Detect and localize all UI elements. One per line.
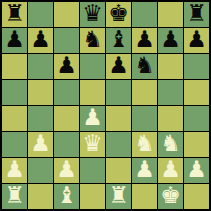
piece-white-pawn[interactable]: ♟ bbox=[134, 158, 155, 181]
square-g8[interactable] bbox=[158, 2, 183, 27]
piece-white-rook[interactable]: ♜ bbox=[108, 184, 129, 207]
piece-black-pawn[interactable]: ♟ bbox=[30, 28, 51, 51]
piece-black-rook[interactable]: ♜ bbox=[186, 2, 207, 25]
square-a8[interactable]: ♜ bbox=[2, 2, 27, 27]
square-h1[interactable] bbox=[184, 184, 209, 209]
square-c3[interactable] bbox=[54, 132, 79, 157]
square-h7[interactable]: ♟ bbox=[184, 28, 209, 53]
square-e3[interactable] bbox=[106, 132, 131, 157]
square-g2[interactable]: ♟ bbox=[158, 158, 183, 183]
square-g5[interactable] bbox=[158, 80, 183, 105]
square-h4[interactable] bbox=[184, 106, 209, 131]
piece-black-bishop[interactable]: ♝ bbox=[108, 28, 129, 51]
square-f6[interactable]: ♞ bbox=[132, 54, 157, 79]
square-g7[interactable]: ♟ bbox=[158, 28, 183, 53]
piece-white-king[interactable]: ♚ bbox=[160, 184, 181, 207]
square-a5[interactable] bbox=[2, 80, 27, 105]
square-c1[interactable]: ♝ bbox=[54, 184, 79, 209]
square-d8[interactable]: ♛ bbox=[80, 2, 105, 27]
piece-white-pawn[interactable]: ♟ bbox=[30, 132, 51, 155]
piece-black-pawn[interactable]: ♟ bbox=[186, 28, 207, 51]
square-h8[interactable]: ♜ bbox=[184, 2, 209, 27]
square-g4[interactable] bbox=[158, 106, 183, 131]
piece-white-queen[interactable]: ♛ bbox=[82, 132, 103, 155]
square-d7[interactable]: ♞ bbox=[80, 28, 105, 53]
square-e6[interactable]: ♟ bbox=[106, 54, 131, 79]
square-d4[interactable]: ♟ bbox=[80, 106, 105, 131]
square-e8[interactable]: ♚ bbox=[106, 2, 131, 27]
square-f2[interactable]: ♟ bbox=[132, 158, 157, 183]
piece-black-pawn[interactable]: ♟ bbox=[108, 54, 129, 77]
piece-black-pawn[interactable]: ♟ bbox=[160, 28, 181, 51]
square-a2[interactable]: ♟ bbox=[2, 158, 27, 183]
piece-white-pawn[interactable]: ♟ bbox=[82, 106, 103, 129]
piece-black-knight[interactable]: ♞ bbox=[134, 54, 155, 77]
piece-black-king[interactable]: ♚ bbox=[108, 2, 129, 25]
square-e2[interactable] bbox=[106, 158, 131, 183]
square-b8[interactable] bbox=[28, 2, 53, 27]
square-e4[interactable] bbox=[106, 106, 131, 131]
square-a6[interactable] bbox=[2, 54, 27, 79]
square-c4[interactable] bbox=[54, 106, 79, 131]
piece-black-rook[interactable]: ♜ bbox=[4, 2, 25, 25]
square-f3[interactable]: ♞ bbox=[132, 132, 157, 157]
square-a3[interactable] bbox=[2, 132, 27, 157]
square-e7[interactable]: ♝ bbox=[106, 28, 131, 53]
piece-white-knight[interactable]: ♞ bbox=[134, 132, 155, 155]
square-b4[interactable] bbox=[28, 106, 53, 131]
square-c6[interactable]: ♟ bbox=[54, 54, 79, 79]
square-b7[interactable]: ♟ bbox=[28, 28, 53, 53]
square-h5[interactable] bbox=[184, 80, 209, 105]
piece-white-pawn[interactable]: ♟ bbox=[4, 158, 25, 181]
square-f1[interactable] bbox=[132, 184, 157, 209]
square-g1[interactable]: ♚ bbox=[158, 184, 183, 209]
square-b1[interactable] bbox=[28, 184, 53, 209]
square-g3[interactable]: ♞ bbox=[158, 132, 183, 157]
square-d6[interactable] bbox=[80, 54, 105, 79]
square-h2[interactable]: ♟ bbox=[184, 158, 209, 183]
square-f4[interactable] bbox=[132, 106, 157, 131]
square-a7[interactable]: ♟ bbox=[2, 28, 27, 53]
square-f8[interactable] bbox=[132, 2, 157, 27]
piece-black-knight[interactable]: ♞ bbox=[82, 28, 103, 51]
piece-black-pawn[interactable]: ♟ bbox=[4, 28, 25, 51]
piece-black-queen[interactable]: ♛ bbox=[82, 2, 103, 25]
square-b3[interactable]: ♟ bbox=[28, 132, 53, 157]
square-c8[interactable] bbox=[54, 2, 79, 27]
square-f5[interactable] bbox=[132, 80, 157, 105]
chess-board: ♜♛♚♜♟♟♞♝♟♟♟♟♟♞♟♟♛♞♞♟♟♟♟♟♜♝♜♚ bbox=[0, 0, 211, 211]
square-d1[interactable] bbox=[80, 184, 105, 209]
piece-white-bishop[interactable]: ♝ bbox=[56, 184, 77, 207]
square-g6[interactable] bbox=[158, 54, 183, 79]
square-d3[interactable]: ♛ bbox=[80, 132, 105, 157]
square-c2[interactable]: ♟ bbox=[54, 158, 79, 183]
square-a4[interactable] bbox=[2, 106, 27, 131]
square-c7[interactable] bbox=[54, 28, 79, 53]
square-b5[interactable] bbox=[28, 80, 53, 105]
square-d5[interactable] bbox=[80, 80, 105, 105]
piece-white-pawn[interactable]: ♟ bbox=[160, 158, 181, 181]
square-f7[interactable]: ♟ bbox=[132, 28, 157, 53]
piece-white-pawn[interactable]: ♟ bbox=[56, 158, 77, 181]
piece-white-knight[interactable]: ♞ bbox=[160, 132, 181, 155]
square-e5[interactable] bbox=[106, 80, 131, 105]
square-e1[interactable]: ♜ bbox=[106, 184, 131, 209]
square-d2[interactable] bbox=[80, 158, 105, 183]
square-c5[interactable] bbox=[54, 80, 79, 105]
piece-white-pawn[interactable]: ♟ bbox=[186, 158, 207, 181]
piece-white-rook[interactable]: ♜ bbox=[4, 184, 25, 207]
square-h3[interactable] bbox=[184, 132, 209, 157]
piece-black-pawn[interactable]: ♟ bbox=[134, 28, 155, 51]
square-h6[interactable] bbox=[184, 54, 209, 79]
piece-black-pawn[interactable]: ♟ bbox=[56, 54, 77, 77]
square-b2[interactable] bbox=[28, 158, 53, 183]
square-b6[interactable] bbox=[28, 54, 53, 79]
square-a1[interactable]: ♜ bbox=[2, 184, 27, 209]
